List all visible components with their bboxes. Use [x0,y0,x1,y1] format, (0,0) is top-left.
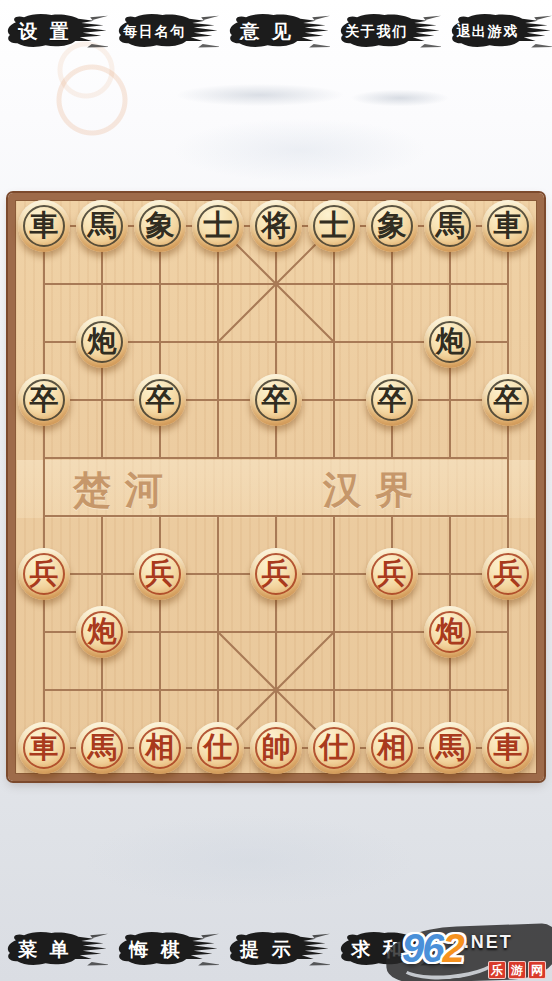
piece-red-horse[interactable]: 馬 [424,722,476,774]
piece-character: 仕 [204,733,233,762]
piece-character: 卒 [30,385,59,414]
nav-button-feedback[interactable]: 意见 [226,8,330,56]
xiangqi-board[interactable]: 楚河 汉界 車馬象士将士象馬車炮炮卒卒卒卒卒兵兵兵兵兵炮炮車馬相仕帥仕相馬車 [8,193,544,781]
piece-character: 象 [378,211,407,240]
nav-button-daily-quote[interactable]: 每日名句 [115,8,219,56]
piece-red-advisor[interactable]: 仕 [308,722,360,774]
piece-red-soldier[interactable]: 兵 [18,548,70,600]
piece-black-chariot[interactable]: 車 [482,200,534,252]
piece-character: 兵 [494,559,523,588]
piece-red-soldier[interactable]: 兵 [482,548,534,600]
watermark-number-orange: 2 [443,926,463,970]
piece-character: 車 [494,211,523,240]
piece-character: 帥 [262,733,291,762]
piece-black-soldier[interactable]: 卒 [482,374,534,426]
watermark-site-name: 乐游网 [488,961,546,979]
brush-stroke-shape [226,8,330,56]
piece-black-advisor[interactable]: 士 [192,200,244,252]
nav-button-settings[interactable]: 设置 [4,8,108,56]
piece-black-horse[interactable]: 馬 [76,200,128,252]
piece-red-elephant[interactable]: 相 [366,722,418,774]
piece-character: 炮 [88,327,117,356]
piece-character: 士 [320,211,349,240]
piece-character: 車 [30,733,59,762]
piece-red-advisor[interactable]: 仕 [192,722,244,774]
piece-character: 兵 [146,559,175,588]
piece-red-horse[interactable]: 馬 [76,722,128,774]
nav-button-exit-game[interactable]: 退出游戏 [448,8,552,56]
piece-black-cannon[interactable]: 炮 [76,316,128,368]
piece-character: 将 [262,211,291,240]
piece-character: 仕 [320,733,349,762]
piece-character: 兵 [262,559,291,588]
piece-red-general[interactable]: 帥 [250,722,302,774]
piece-black-elephant[interactable]: 象 [134,200,186,252]
piece-character: 馬 [88,733,117,762]
piece-black-horse[interactable]: 馬 [424,200,476,252]
piece-character: 士 [204,211,233,240]
piece-character: 相 [378,733,407,762]
brush-stroke-shape [115,8,219,56]
watermark-domain: .NET [464,932,513,952]
piece-character: 卒 [378,385,407,414]
brush-stroke-shape [448,8,552,56]
piece-red-soldier[interactable]: 兵 [134,548,186,600]
top-nav: 设置每日名句意见关于我们退出游戏 [0,8,552,56]
nav-button-about-us[interactable]: 关于我们 [337,8,441,56]
piece-character: 象 [146,211,175,240]
watermark-number-blue: 96 [402,926,443,970]
piece-character: 兵 [378,559,407,588]
piece-red-chariot[interactable]: 車 [482,722,534,774]
piece-black-advisor[interactable]: 士 [308,200,360,252]
piece-character: 炮 [436,327,465,356]
watermark-962net: 962.NET 乐游网 [396,928,552,981]
piece-red-soldier[interactable]: 兵 [366,548,418,600]
piece-red-chariot[interactable]: 車 [18,722,70,774]
nav-button-menu[interactable]: 菜单 [4,926,108,974]
brush-stroke-shape [4,8,108,56]
piece-character: 兵 [30,559,59,588]
piece-black-elephant[interactable]: 象 [366,200,418,252]
watermark-site-char: 网 [528,961,546,979]
piece-character: 炮 [88,617,117,646]
piece-character: 車 [30,211,59,240]
board-grid-lines [15,200,537,774]
watermark-site-char: 乐 [488,961,506,979]
piece-character: 相 [146,733,175,762]
piece-character: 卒 [494,385,523,414]
brush-stroke-shape [337,8,441,56]
brush-stroke-shape [115,926,219,974]
piece-character: 炮 [436,617,465,646]
app-root: 设置每日名句意见关于我们退出游戏 楚河 汉界 車馬象士将士象馬車炮炮卒卒卒卒卒兵… [0,0,552,981]
piece-black-cannon[interactable]: 炮 [424,316,476,368]
piece-character: 卒 [262,385,291,414]
piece-black-chariot[interactable]: 車 [18,200,70,252]
piece-black-soldier[interactable]: 卒 [366,374,418,426]
piece-red-soldier[interactable]: 兵 [250,548,302,600]
piece-black-general[interactable]: 将 [250,200,302,252]
piece-black-soldier[interactable]: 卒 [18,374,70,426]
piece-red-cannon[interactable]: 炮 [76,606,128,658]
nav-button-hint[interactable]: 提示 [226,926,330,974]
piece-black-soldier[interactable]: 卒 [134,374,186,426]
brush-stroke-shape [4,926,108,974]
piece-red-elephant[interactable]: 相 [134,722,186,774]
piece-red-cannon[interactable]: 炮 [424,606,476,658]
nav-button-undo-move[interactable]: 悔棋 [115,926,219,974]
piece-character: 馬 [88,211,117,240]
piece-character: 馬 [436,733,465,762]
piece-black-soldier[interactable]: 卒 [250,374,302,426]
watermark-site-char: 游 [508,961,526,979]
piece-character: 馬 [436,211,465,240]
piece-character: 車 [494,733,523,762]
brush-stroke-shape [226,926,330,974]
piece-character: 卒 [146,385,175,414]
